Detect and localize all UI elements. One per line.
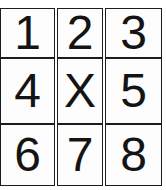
cell-r2c3: 5 [105,58,162,124]
cell-r2c2-blank: X [57,58,103,124]
cell-r3c2: 7 [57,124,103,186]
cell-r2c1: 4 [0,58,55,124]
cell-r1c2: 2 [57,8,103,58]
puzzle-diagram: 1 2 3 4 X 5 6 7 8 [0,0,166,190]
cell-r3c3: 8 [105,124,162,186]
cell-r1c1: 1 [0,8,55,58]
cell-r1c3: 3 [105,8,162,58]
cell-r3c1: 6 [0,124,55,186]
puzzle-board: 1 2 3 4 X 5 6 7 8 [0,8,162,186]
